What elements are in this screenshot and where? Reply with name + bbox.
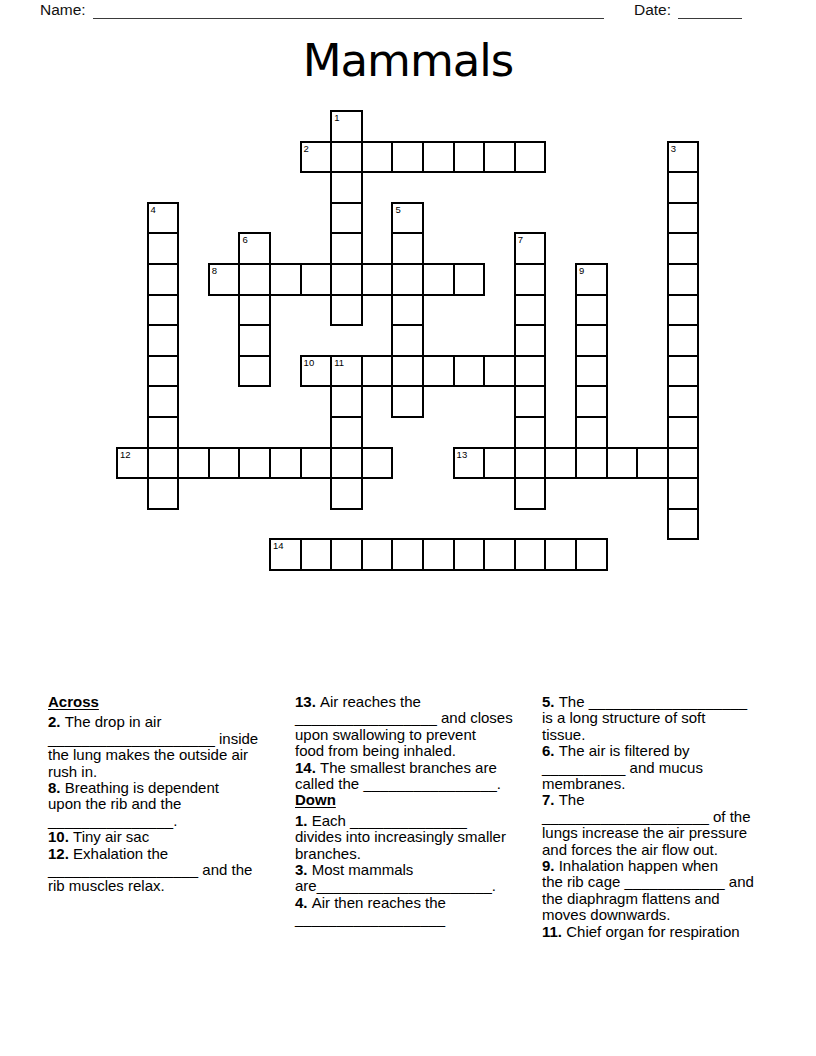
- crossword-cell[interactable]: [330, 232, 363, 265]
- clue-across-14: 14. The smallest branches are called the…: [295, 760, 526, 793]
- crossword-cell[interactable]: [361, 355, 394, 388]
- crossword-cell[interactable]: 13: [453, 447, 486, 480]
- cell-clue-number: 8: [212, 265, 217, 276]
- crossword-cell[interactable]: [422, 263, 455, 296]
- name-label: Name:: [40, 1, 86, 19]
- clue-text: The drop in air ____________________ ins…: [48, 713, 258, 779]
- date-input-line[interactable]: [678, 4, 742, 19]
- crossword-cell[interactable]: [453, 141, 486, 174]
- crossword-cell[interactable]: [575, 385, 608, 418]
- crossword-cell[interactable]: [330, 477, 363, 510]
- crossword-cell[interactable]: [238, 447, 271, 480]
- cell-clue-number: 7: [518, 234, 523, 245]
- crossword-cell[interactable]: [514, 477, 547, 510]
- crossword-cell[interactable]: 10: [300, 355, 333, 388]
- across-heading: Across: [48, 694, 279, 710]
- crossword-cell[interactable]: [667, 263, 700, 296]
- crossword-cell[interactable]: [391, 141, 424, 174]
- crossword-cell[interactable]: [575, 355, 608, 388]
- clue-number: 1.: [295, 812, 312, 829]
- crossword-cell[interactable]: [147, 447, 180, 480]
- clue-number: 10.: [48, 828, 73, 845]
- crossword-cell[interactable]: [514, 385, 547, 418]
- worksheet-header: Name: Date:: [40, 1, 742, 19]
- crossword-cell[interactable]: [636, 447, 669, 480]
- crossword-cell[interactable]: [453, 355, 486, 388]
- clue-text: Tiny air sac: [73, 828, 149, 845]
- crossword-cell[interactable]: 8: [208, 263, 241, 296]
- crossword-cell[interactable]: [330, 416, 363, 449]
- crossword-cell[interactable]: [147, 324, 180, 357]
- clues-column-1: Across2. The drop in air _______________…: [48, 694, 279, 940]
- crossword-cell[interactable]: [330, 447, 363, 480]
- clue-text: The ___________________ is a long struct…: [542, 693, 747, 743]
- crossword-cell[interactable]: [238, 355, 271, 388]
- crossword-cell[interactable]: 5: [391, 202, 424, 235]
- clue-number: 2.: [48, 713, 65, 730]
- clue-text: Breathing is dependent upon the rib and …: [48, 779, 219, 829]
- crossword-cell[interactable]: [238, 294, 271, 327]
- clue-number: 7.: [542, 791, 559, 808]
- crossword-cell[interactable]: [667, 508, 700, 541]
- clue-across-8: 8. Breathing is dependent upon the rib a…: [48, 780, 279, 829]
- cell-clue-number: 9: [579, 265, 584, 276]
- crossword-cell[interactable]: [667, 416, 700, 449]
- crossword-cell[interactable]: [667, 294, 700, 327]
- crossword-cell[interactable]: [330, 141, 363, 174]
- clue-text: Air reaches the _________________ and cl…: [295, 693, 513, 759]
- clue-text: Inhalation happen when the rib cage ____…: [542, 857, 754, 923]
- crossword-cell[interactable]: [238, 324, 271, 357]
- crossword-cell[interactable]: [667, 324, 700, 357]
- crossword-cell[interactable]: [514, 324, 547, 357]
- crossword-cell[interactable]: [147, 477, 180, 510]
- clue-number: 13.: [295, 693, 320, 710]
- crossword-cell[interactable]: [575, 294, 608, 327]
- clue-down-5: 5. The ___________________ is a long str…: [542, 694, 773, 743]
- crossword-cell[interactable]: [483, 538, 516, 571]
- down-heading: Down: [295, 792, 526, 808]
- crossword-cell[interactable]: [606, 447, 639, 480]
- crossword-cell[interactable]: [483, 355, 516, 388]
- crossword-cell[interactable]: [453, 538, 486, 571]
- clue-text: The ____________________ of the lungs in…: [542, 791, 751, 857]
- page-title: Mammals: [0, 34, 816, 87]
- crossword-cell[interactable]: [453, 263, 486, 296]
- crossword-cell[interactable]: [330, 538, 363, 571]
- clue-text: Each ______________ divides into increas…: [295, 812, 506, 862]
- cell-clue-number: 12: [120, 449, 131, 460]
- crossword-cell[interactable]: [147, 385, 180, 418]
- crossword-grid: 1234567891011121314: [116, 110, 700, 571]
- crossword-cell[interactable]: [238, 263, 271, 296]
- crossword-cell[interactable]: [391, 538, 424, 571]
- crossword-cell[interactable]: [361, 538, 394, 571]
- clue-down-6: 6. The air is filtered by __________ and…: [542, 743, 773, 792]
- clue-number: 4.: [295, 894, 312, 911]
- clue-down-9: 9. Inhalation happen when the rib cage _…: [542, 858, 773, 924]
- crossword-cell[interactable]: 6: [238, 232, 271, 265]
- crossword-cell[interactable]: [391, 355, 424, 388]
- crossword-cell[interactable]: [330, 263, 363, 296]
- clue-down-3: 3. Most mammals are_____________________…: [295, 862, 526, 895]
- cell-clue-number: 4: [151, 204, 156, 215]
- crossword-cell[interactable]: [177, 447, 210, 480]
- crossword-cell[interactable]: [422, 141, 455, 174]
- crossword-cell[interactable]: [422, 538, 455, 571]
- crossword-cell[interactable]: [330, 202, 363, 235]
- crossword-cell[interactable]: [147, 232, 180, 265]
- clue-number: 12.: [48, 845, 73, 862]
- crossword-cell[interactable]: [391, 385, 424, 418]
- crossword-cell[interactable]: 2: [300, 141, 333, 174]
- crossword-cell[interactable]: [483, 141, 516, 174]
- crossword-cell[interactable]: [361, 141, 394, 174]
- crossword-cell[interactable]: 9: [575, 263, 608, 296]
- crossword-cell[interactable]: [147, 294, 180, 327]
- cell-clue-number: 10: [304, 357, 315, 368]
- crossword-cell[interactable]: [147, 355, 180, 388]
- crossword-cell[interactable]: 3: [667, 141, 700, 174]
- crossword-cell[interactable]: [422, 355, 455, 388]
- clue-text: Exhalation the __________________ and th…: [48, 845, 252, 895]
- clue-across-10: 10. Tiny air sac: [48, 829, 279, 845]
- clue-number: 3.: [295, 861, 312, 878]
- crossword-cell[interactable]: [575, 416, 608, 449]
- cell-clue-number: 3: [671, 143, 676, 154]
- cell-clue-number: 1: [334, 112, 339, 123]
- clue-number: 5.: [542, 693, 559, 710]
- clue-number: 8.: [48, 779, 65, 796]
- crossword-cell[interactable]: [391, 294, 424, 327]
- clue-number: 11.: [542, 923, 566, 940]
- crossword-cell[interactable]: [667, 232, 700, 265]
- crossword-cell[interactable]: [575, 447, 608, 480]
- name-input-line[interactable]: [93, 4, 604, 19]
- clue-across-2: 2. The drop in air ____________________ …: [48, 714, 279, 780]
- crossword-cell[interactable]: [514, 416, 547, 449]
- clues-section: Across2. The drop in air _______________…: [48, 694, 774, 940]
- crossword-cell[interactable]: [391, 263, 424, 296]
- crossword-cell[interactable]: [208, 447, 241, 480]
- crossword-cell[interactable]: [544, 538, 577, 571]
- crossword-cell[interactable]: 4: [147, 202, 180, 235]
- crossword-cell[interactable]: 12: [116, 447, 149, 480]
- clue-down-7: 7. The ____________________ of the lungs…: [542, 792, 773, 858]
- clues-column-2: 13. Air reaches the _________________ an…: [295, 694, 526, 940]
- clue-down-1: 1. Each ______________ divides into incr…: [295, 813, 526, 862]
- crossword-cell[interactable]: [300, 447, 333, 480]
- cell-clue-number: 14: [273, 540, 284, 551]
- crossword-cell[interactable]: [147, 416, 180, 449]
- clue-text: Chief organ for respiration: [566, 923, 739, 940]
- clue-text: The air is filtered by __________ and mu…: [542, 742, 703, 792]
- crossword-cell[interactable]: [667, 477, 700, 510]
- crossword-cell[interactable]: [514, 447, 547, 480]
- crossword-cell[interactable]: [514, 294, 547, 327]
- crossword-cell[interactable]: [361, 447, 394, 480]
- crossword-cell[interactable]: [667, 171, 700, 204]
- crossword-cell[interactable]: [667, 355, 700, 388]
- clue-number: 6.: [542, 742, 559, 759]
- date-label: Date:: [634, 1, 671, 19]
- clue-text: The smallest branches are called the ___…: [295, 759, 501, 792]
- clue-text: Air then reaches the __________________: [295, 894, 446, 927]
- crossword-cell[interactable]: [575, 324, 608, 357]
- clue-across-12: 12. Exhalation the __________________ an…: [48, 846, 279, 895]
- cell-clue-number: 11: [334, 357, 344, 368]
- clue-across-13: 13. Air reaches the _________________ an…: [295, 694, 526, 760]
- crossword-cell[interactable]: [667, 202, 700, 235]
- crossword-cell[interactable]: [391, 232, 424, 265]
- clue-down-4: 4. Air then reaches the ________________…: [295, 895, 526, 928]
- crossword-cell[interactable]: [330, 171, 363, 204]
- crossword-cell[interactable]: [330, 294, 363, 327]
- clues-column-3: 5. The ___________________ is a long str…: [542, 694, 773, 940]
- crossword-cell[interactable]: [514, 355, 547, 388]
- crossword-cell[interactable]: 1: [330, 110, 363, 143]
- crossword-cell[interactable]: 7: [514, 232, 547, 265]
- crossword-cell[interactable]: [269, 447, 302, 480]
- crossword-cell[interactable]: [391, 324, 424, 357]
- crossword-cell[interactable]: [544, 447, 577, 480]
- crossword-cell[interactable]: [514, 263, 547, 296]
- crossword-cell[interactable]: [147, 263, 180, 296]
- crossword-cell[interactable]: [483, 447, 516, 480]
- crossword-cell[interactable]: [330, 385, 363, 418]
- crossword-cell[interactable]: [667, 385, 700, 418]
- crossword-cell[interactable]: 11: [330, 355, 363, 388]
- cell-clue-number: 13: [457, 449, 468, 460]
- crossword-cell[interactable]: [514, 538, 547, 571]
- cell-clue-number: 6: [242, 234, 247, 245]
- crossword-cell[interactable]: [575, 538, 608, 571]
- crossword-cell[interactable]: [269, 263, 302, 296]
- crossword-cell[interactable]: 14: [269, 538, 302, 571]
- clue-down-11: 11. Chief organ for respiration: [542, 924, 773, 940]
- crossword-cell[interactable]: [300, 263, 333, 296]
- crossword-cell[interactable]: [667, 447, 700, 480]
- clue-number: 14.: [295, 759, 320, 776]
- crossword-cell[interactable]: [361, 263, 394, 296]
- crossword-cell[interactable]: [300, 538, 333, 571]
- crossword-cell[interactable]: [514, 141, 547, 174]
- clue-number: 9.: [542, 857, 559, 874]
- clue-text: Most mammals are_____________________.: [295, 861, 496, 894]
- cell-clue-number: 5: [395, 204, 400, 215]
- cell-clue-number: 2: [304, 143, 309, 154]
